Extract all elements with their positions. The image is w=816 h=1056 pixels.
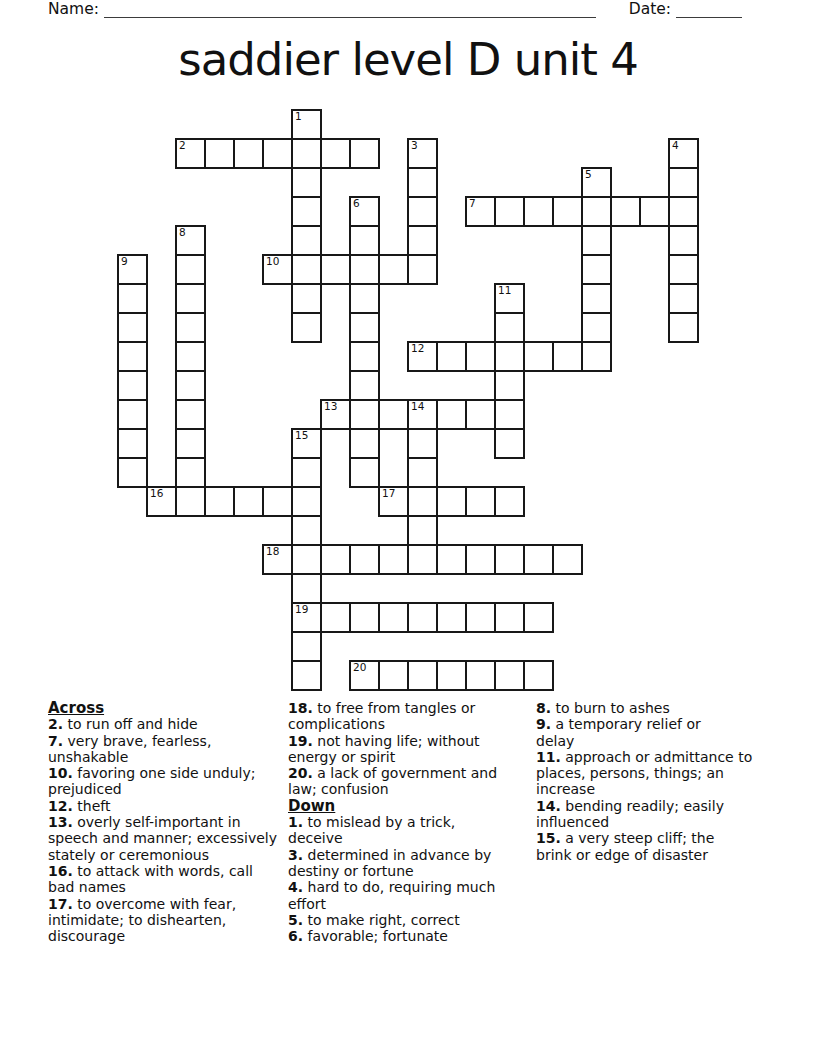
clues-column-2: 18. to free from tangles or complication… (288, 700, 530, 944)
cell-number: 9 (121, 255, 128, 267)
clue-text: very brave, fearless, unshakable (48, 733, 211, 765)
grid-cell[interactable] (320, 138, 351, 169)
clue-number: 10. (48, 765, 73, 781)
grid-cell[interactable] (291, 167, 322, 198)
grid-cell[interactable] (291, 573, 322, 604)
grid-cell[interactable] (436, 544, 467, 575)
grid-cell[interactable] (668, 196, 699, 227)
clue-number: 17. (48, 896, 73, 912)
grid-cell[interactable] (407, 225, 438, 256)
grid-cell[interactable] (436, 660, 467, 691)
cell-number: 12 (411, 342, 424, 354)
grid-cell[interactable] (465, 399, 496, 430)
grid-cell[interactable] (349, 370, 380, 401)
grid-cell[interactable] (494, 341, 525, 372)
grid-cell[interactable] (407, 544, 438, 575)
grid-cell[interactable]: 2 (175, 138, 206, 169)
grid-cell[interactable] (117, 457, 148, 488)
grid-cell[interactable] (349, 312, 380, 343)
cell-number: 8 (179, 226, 186, 238)
grid-cell[interactable] (291, 660, 322, 691)
clue-number: 19. (288, 733, 313, 749)
grid-cell[interactable] (436, 486, 467, 517)
grid-cell[interactable] (581, 254, 612, 285)
clue-number: 4. (288, 879, 303, 895)
crossword-grid: 1234567891011121314151617181920 (0, 0, 816, 700)
grid-cell[interactable]: 11 (494, 283, 525, 314)
clue-number: 6. (288, 928, 303, 944)
grid-cell[interactable]: 5 (581, 167, 612, 198)
clue-item: 4. hard to do, requiring much effort (288, 879, 530, 912)
crossword-worksheet: { "game": "crossword", "header": { "name… (0, 0, 816, 1056)
grid-cell[interactable] (494, 486, 525, 517)
grid-cell[interactable] (378, 602, 409, 633)
grid-cell[interactable] (117, 428, 148, 459)
grid-cell[interactable]: 10 (262, 254, 293, 285)
grid-cell[interactable] (204, 486, 235, 517)
clue-text: to overcome with fear, intimidate; to di… (48, 896, 236, 945)
grid-cell[interactable] (349, 341, 380, 372)
grid-cell[interactable] (465, 544, 496, 575)
grid-cell[interactable] (407, 428, 438, 459)
grid-cell[interactable] (175, 457, 206, 488)
grid-cell[interactable] (291, 312, 322, 343)
clue-number: 9. (536, 716, 551, 732)
cell-number: 2 (179, 139, 186, 151)
grid-cell[interactable]: 8 (175, 225, 206, 256)
clue-text: to mislead by a trick, deceive (288, 814, 455, 846)
clue-number: 16. (48, 863, 73, 879)
clue-text: approach or admittance to places, person… (536, 749, 752, 798)
grid-cell[interactable] (407, 254, 438, 285)
clue-item: 10. favoring one side unduly; prejudiced (48, 765, 328, 798)
grid-cell[interactable]: 6 (349, 196, 380, 227)
grid-cell[interactable] (581, 225, 612, 256)
cell-number: 14 (411, 400, 424, 412)
grid-cell[interactable] (349, 283, 380, 314)
grid-cell[interactable] (378, 254, 409, 285)
grid-cell[interactable] (291, 196, 322, 227)
grid-cell[interactable] (349, 428, 380, 459)
grid-cell[interactable] (581, 196, 612, 227)
cell-number: 1 (295, 110, 302, 122)
cell-number: 18 (266, 545, 279, 557)
grid-cell[interactable] (349, 544, 380, 575)
grid-cell[interactable] (291, 486, 322, 517)
cell-number: 7 (469, 197, 476, 209)
grid-cell[interactable] (117, 399, 148, 430)
clue-item: 8. to burn to ashes (536, 700, 778, 716)
clue-text: theft (73, 798, 111, 814)
grid-cell[interactable] (175, 312, 206, 343)
grid-cell[interactable] (117, 370, 148, 401)
clue-item: 2. to run off and hide (48, 716, 328, 732)
grid-cell[interactable] (639, 196, 670, 227)
grid-cell[interactable] (349, 399, 380, 430)
grid-cell[interactable] (523, 660, 554, 691)
clue-item: 20. a lack of government and law; confus… (288, 765, 530, 798)
grid-cell[interactable] (668, 312, 699, 343)
cell-number: 6 (353, 197, 360, 209)
grid-cell[interactable]: 13 (320, 399, 351, 430)
clue-number: 8. (536, 700, 551, 716)
grid-cell[interactable] (436, 341, 467, 372)
grid-cell[interactable] (262, 486, 293, 517)
cell-number: 17 (382, 487, 395, 499)
clue-item: 5. to make right, correct (288, 912, 530, 928)
grid-cell[interactable] (407, 167, 438, 198)
grid-cell[interactable] (407, 196, 438, 227)
clue-text: to attack with words, call bad names (48, 863, 253, 895)
grid-cell[interactable] (407, 515, 438, 546)
grid-cell[interactable] (291, 283, 322, 314)
grid-cell[interactable]: 15 (291, 428, 322, 459)
grid-cell[interactable] (349, 602, 380, 633)
grid-cell[interactable] (233, 138, 264, 169)
clue-item: 13. overly self-important in speech and … (48, 814, 328, 863)
grid-cell[interactable]: 3 (407, 138, 438, 169)
clue-text: not having life; without energy or spiri… (288, 733, 480, 765)
clue-item: 15. a very steep cliff; the brink or edg… (536, 830, 778, 863)
clue-number: 1. (288, 814, 303, 830)
grid-cell[interactable] (204, 138, 235, 169)
grid-cell[interactable] (349, 138, 380, 169)
cell-number: 19 (295, 603, 308, 615)
grid-cell[interactable] (494, 370, 525, 401)
grid-cell[interactable] (494, 312, 525, 343)
grid-cell[interactable]: 16 (146, 486, 177, 517)
grid-cell[interactable] (668, 167, 699, 198)
grid-cell[interactable] (494, 602, 525, 633)
clue-text: bending readily; easily influenced (536, 798, 724, 830)
clue-text: a lack of government and law; confusion (288, 765, 497, 797)
clue-number: 12. (48, 798, 73, 814)
grid-cell[interactable] (291, 544, 322, 575)
grid-cell[interactable] (668, 225, 699, 256)
clue-number: 2. (48, 716, 63, 732)
clue-item: 16. to attack with words, call bad names (48, 863, 328, 896)
grid-cell[interactable] (552, 341, 583, 372)
grid-cell[interactable] (581, 283, 612, 314)
grid-cell[interactable]: 14 (407, 399, 438, 430)
grid-cell[interactable] (436, 399, 467, 430)
grid-cell[interactable] (349, 457, 380, 488)
clues-across-heading: Across (48, 700, 328, 716)
grid-cell[interactable] (117, 283, 148, 314)
grid-cell[interactable] (407, 457, 438, 488)
grid-cell[interactable] (610, 196, 641, 227)
clue-number: 7. (48, 733, 63, 749)
grid-cell[interactable] (349, 254, 380, 285)
grid-cell[interactable]: 7 (465, 196, 496, 227)
grid-cell[interactable] (175, 370, 206, 401)
grid-cell[interactable] (117, 341, 148, 372)
grid-cell[interactable] (320, 602, 351, 633)
clue-item: 12. theft (48, 798, 328, 814)
grid-cell[interactable] (407, 660, 438, 691)
cell-number: 16 (150, 487, 163, 499)
cell-number: 3 (411, 139, 418, 151)
grid-cell[interactable]: 17 (378, 486, 409, 517)
clue-text: determined in advance by destiny or fort… (288, 847, 491, 879)
clue-text: a very steep cliff; the brink or edge of… (536, 830, 714, 862)
grid-cell[interactable] (378, 399, 409, 430)
grid-cell[interactable] (465, 602, 496, 633)
grid-cell[interactable]: 18 (262, 544, 293, 575)
grid-cell[interactable] (175, 254, 206, 285)
clues-column-1: Across2. to run off and hide7. very brav… (48, 700, 328, 944)
grid-cell[interactable] (175, 428, 206, 459)
grid-cell[interactable] (465, 486, 496, 517)
grid-cell[interactable] (581, 312, 612, 343)
clue-number: 11. (536, 749, 561, 765)
grid-cell[interactable]: 12 (407, 341, 438, 372)
grid-cell[interactable] (668, 283, 699, 314)
grid-cell[interactable] (262, 138, 293, 169)
grid-cell[interactable] (581, 341, 612, 372)
clue-number: 3. (288, 847, 303, 863)
grid-cell[interactable] (349, 225, 380, 256)
grid-cell[interactable] (117, 312, 148, 343)
grid-cell[interactable] (494, 196, 525, 227)
grid-cell[interactable] (552, 544, 583, 575)
cell-number: 15 (295, 429, 308, 441)
grid-cell[interactable] (523, 196, 554, 227)
clue-item: 18. to free from tangles or complication… (288, 700, 530, 733)
clue-number: 20. (288, 765, 313, 781)
grid-cell[interactable] (465, 660, 496, 691)
grid-cell[interactable] (465, 341, 496, 372)
grid-cell[interactable] (291, 254, 322, 285)
grid-cell[interactable] (523, 341, 554, 372)
grid-cell[interactable]: 20 (349, 660, 380, 691)
grid-cell[interactable] (291, 457, 322, 488)
grid-cell[interactable] (291, 515, 322, 546)
clue-item: 7. very brave, fearless, unshakable (48, 733, 328, 766)
grid-cell[interactable]: 9 (117, 254, 148, 285)
clue-text: to burn to ashes (551, 700, 670, 716)
clue-number: 14. (536, 798, 561, 814)
grid-cell[interactable] (378, 660, 409, 691)
grid-cell[interactable]: 19 (291, 602, 322, 633)
grid-cell[interactable] (494, 399, 525, 430)
clue-item: 1. to mislead by a trick, deceive (288, 814, 530, 847)
cell-number: 10 (266, 255, 279, 267)
clue-text: overly self-important in speech and mann… (48, 814, 277, 863)
grid-cell[interactable] (320, 254, 351, 285)
grid-cell[interactable] (175, 283, 206, 314)
clue-text: a temporary relief or delay (536, 716, 701, 748)
clue-number: 5. (288, 912, 303, 928)
grid-cell[interactable]: 4 (668, 138, 699, 169)
clue-text: hard to do, requiring much effort (288, 879, 495, 911)
clue-item: 3. determined in advance by destiny or f… (288, 847, 530, 880)
clue-text: favoring one side unduly; prejudiced (48, 765, 256, 797)
grid-cell[interactable] (175, 486, 206, 517)
clue-number: 13. (48, 814, 73, 830)
grid-cell[interactable] (494, 428, 525, 459)
cell-number: 4 (672, 139, 679, 151)
grid-cell[interactable] (523, 544, 554, 575)
clue-item: 6. favorable; fortunate (288, 928, 530, 944)
clue-item: 19. not having life; without energy or s… (288, 733, 530, 766)
clue-text: to free from tangles or complications (288, 700, 475, 732)
cell-number: 20 (353, 661, 366, 673)
grid-cell[interactable] (407, 602, 438, 633)
grid-cell[interactable] (494, 660, 525, 691)
grid-cell[interactable] (291, 138, 322, 169)
grid-cell[interactable] (436, 602, 467, 633)
clue-item: 9. a temporary relief or delay (536, 716, 778, 749)
cell-number: 5 (585, 168, 592, 180)
grid-cell[interactable] (175, 399, 206, 430)
clue-item: 14. bending readily; easily influenced (536, 798, 778, 831)
clue-text: to run off and hide (63, 716, 198, 732)
clue-item: 11. approach or admittance to places, pe… (536, 749, 778, 798)
clues-down-heading: Down (288, 798, 530, 814)
grid-cell[interactable] (291, 225, 322, 256)
clue-number: 18. (288, 700, 313, 716)
grid-cell[interactable] (494, 544, 525, 575)
cell-number: 13 (324, 400, 337, 412)
grid-cell[interactable]: 1 (291, 109, 322, 140)
grid-cell[interactable] (233, 486, 264, 517)
clues-column-3: 8. to burn to ashes9. a temporary relief… (536, 700, 778, 863)
clue-text: to make right, correct (303, 912, 460, 928)
grid-cell[interactable] (378, 544, 409, 575)
grid-cell[interactable] (552, 196, 583, 227)
clue-item: 17. to overcome with fear, intimidate; t… (48, 896, 328, 945)
clue-number: 15. (536, 830, 561, 846)
grid-cell[interactable] (407, 486, 438, 517)
clue-text: favorable; fortunate (303, 928, 448, 944)
grid-cell[interactable] (668, 254, 699, 285)
grid-cell[interactable] (175, 341, 206, 372)
grid-cell[interactable] (523, 602, 554, 633)
grid-cell[interactable] (320, 544, 351, 575)
cell-number: 11 (498, 284, 511, 296)
grid-cell[interactable] (291, 631, 322, 662)
